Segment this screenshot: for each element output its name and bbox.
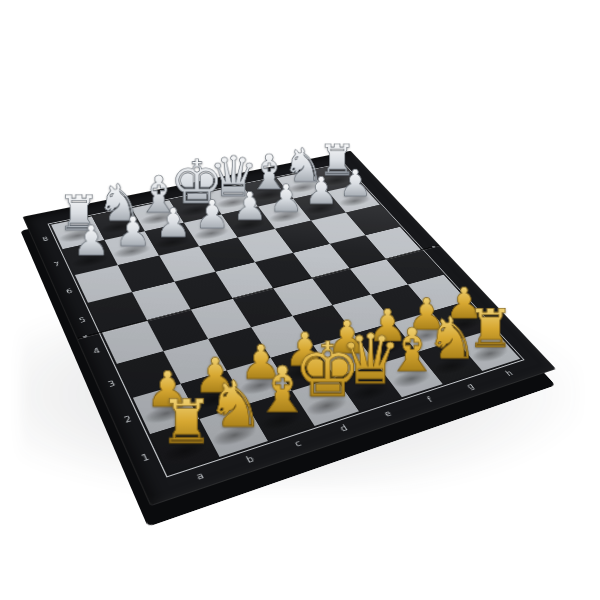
silver-pawn-c7[interactable]: ♟ xyxy=(155,204,191,244)
silver-pawn-d7[interactable]: ♟ xyxy=(195,195,230,234)
silver-pawn-g7[interactable]: ♟ xyxy=(305,173,339,210)
silver-pawn-a7[interactable]: ♟ xyxy=(73,221,110,263)
gold-knight-b1[interactable]: ♞ xyxy=(207,373,265,437)
silver-pawn-e7[interactable]: ♟ xyxy=(233,188,268,227)
chess-set-photo: ♜♞♝♚♛♝♞♜♟♟♟♟♟♟♟♟♟♟♟♟♟♟♟♟♜♞♝♚♛♝♞♜ abcdefg… xyxy=(0,0,600,600)
silver-pawn-f7[interactable]: ♟ xyxy=(269,180,303,218)
square-a6[interactable] xyxy=(75,265,132,303)
silver-pawn-h7[interactable]: ♟ xyxy=(339,166,372,203)
silver-pawn-b7[interactable]: ♟ xyxy=(115,212,152,253)
gold-rook-a1[interactable]: ♜ xyxy=(159,392,214,453)
camera-tilt: ♜♞♝♚♛♝♞♜♟♟♟♟♟♟♟♟♟♟♟♟♟♟♟♟♜♞♝♚♛♝♞♜ abcdefg… xyxy=(0,0,600,600)
perspective-scene: ♜♞♝♚♛♝♞♜♟♟♟♟♟♟♟♟♟♟♟♟♟♟♟♟♜♞♝♚♛♝♞♜ abcdefg… xyxy=(0,0,600,600)
chess-board: ♜♞♝♚♛♝♞♜♟♟♟♟♟♟♟♟♟♟♟♟♟♟♟♟♜♞♝♚♛♝♞♜ abcdefg… xyxy=(23,151,556,507)
board-frame: ♜♞♝♚♛♝♞♜♟♟♟♟♟♟♟♟♟♟♟♟♟♟♟♟♜♞♝♚♛♝♞♜ abcdefg… xyxy=(23,151,556,507)
